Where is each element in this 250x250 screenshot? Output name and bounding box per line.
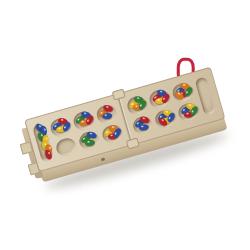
product-photo-background — [0, 0, 250, 250]
pit-front-4[interactable] — [130, 114, 154, 136]
pit-front-3[interactable] — [100, 123, 124, 145]
pit-back-1[interactable] — [48, 116, 72, 138]
pit-back-5[interactable] — [148, 87, 172, 109]
pit-back-3[interactable] — [94, 103, 118, 125]
bead-blue — [102, 113, 113, 120]
bead-blue — [138, 124, 149, 131]
pit-back-2[interactable] — [71, 109, 95, 131]
pit-back-6[interactable] — [171, 81, 195, 103]
pit-front-2[interactable] — [77, 129, 101, 151]
pit-front-6[interactable] — [176, 101, 200, 123]
pit-front-1[interactable] — [54, 136, 78, 158]
pit-back-4[interactable] — [125, 94, 149, 116]
mancala-board — [24, 67, 230, 188]
wood-knot — [101, 157, 106, 161]
pit-front-5[interactable] — [153, 107, 177, 129]
bead-green — [84, 139, 95, 146]
